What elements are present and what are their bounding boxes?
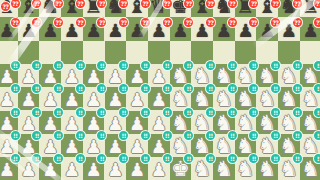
white-pawn[interactable]: ♟ xyxy=(83,65,105,88)
black-pawn[interactable]: ♟ xyxy=(148,19,170,42)
white-king[interactable]: ♚ xyxy=(170,158,192,180)
square[interactable]: ♞!! xyxy=(235,157,257,180)
square[interactable]: ♟!! xyxy=(148,64,170,87)
square[interactable] xyxy=(235,41,257,64)
white-pawn[interactable]: ♟ xyxy=(18,112,40,135)
white-knight[interactable]: ♞ xyxy=(300,158,320,180)
white-knight[interactable]: ♞ xyxy=(191,88,213,111)
square[interactable]: ♞!! xyxy=(256,64,278,87)
white-pawn[interactable]: ♟ xyxy=(105,65,127,88)
square[interactable]: ♟?? xyxy=(170,17,192,40)
square[interactable]: ♟!! xyxy=(83,111,105,134)
square[interactable]: ♞!! xyxy=(213,111,235,134)
square[interactable]: ♟!! xyxy=(148,157,170,180)
white-pawn[interactable]: ♟ xyxy=(148,158,170,180)
square[interactable]: ♝?? xyxy=(126,0,148,17)
black-knight[interactable]: ♞ xyxy=(213,0,235,18)
square[interactable]: ♟!! xyxy=(18,157,40,180)
square[interactable]: ♞!! xyxy=(191,134,213,157)
square[interactable]: ♟!! xyxy=(83,87,105,110)
square[interactable]: ♞!! xyxy=(170,134,192,157)
white-pawn[interactable]: ♟ xyxy=(105,158,127,180)
square[interactable]: ♞!! xyxy=(213,157,235,180)
black-pawn[interactable]: ♟ xyxy=(256,19,278,42)
square[interactable]: ♟?? xyxy=(300,17,320,40)
square[interactable]: ♟!! xyxy=(39,134,61,157)
square[interactable]: ♟!! xyxy=(83,157,105,180)
square[interactable]: ♟!! xyxy=(61,64,83,87)
square[interactable]: ♞!! xyxy=(170,111,192,134)
white-knight[interactable]: ♞ xyxy=(235,158,257,180)
square[interactable]: ♟?? xyxy=(0,17,18,40)
white-knight[interactable]: ♞ xyxy=(300,135,320,158)
white-knight[interactable]: ♞ xyxy=(213,112,235,135)
white-knight[interactable]: ♞ xyxy=(213,88,235,111)
square[interactable]: ♞!! xyxy=(256,87,278,110)
square[interactable]: ♞!! xyxy=(213,134,235,157)
square[interactable]: ♞!! xyxy=(235,64,257,87)
white-pawn[interactable]: ♟ xyxy=(39,88,61,111)
square[interactable]: ♟!! xyxy=(105,87,127,110)
square[interactable]: ♟!! xyxy=(39,87,61,110)
white-knight[interactable]: ♞ xyxy=(170,112,192,135)
square[interactable]: ♝?? xyxy=(18,0,40,17)
white-pawn[interactable]: ♟ xyxy=(148,88,170,111)
square[interactable]: ♟!! xyxy=(126,157,148,180)
white-pawn[interactable]: ♟ xyxy=(148,112,170,135)
square[interactable]: ♞!! xyxy=(256,111,278,134)
square[interactable]: ♞!! xyxy=(170,87,192,110)
square[interactable]: ♞!! xyxy=(278,157,300,180)
square[interactable] xyxy=(170,41,192,64)
white-knight[interactable]: ♞ xyxy=(256,135,278,158)
square[interactable]: ♜?? xyxy=(235,0,257,17)
square[interactable] xyxy=(126,41,148,64)
square[interactable]: ♞!! xyxy=(235,111,257,134)
square[interactable]: ♟?? xyxy=(256,17,278,40)
black-pawn[interactable]: ♟ xyxy=(300,19,320,42)
black-rook[interactable]: ♜ xyxy=(300,0,320,18)
white-pawn[interactable]: ♟ xyxy=(61,88,83,111)
square[interactable]: ♟!! xyxy=(0,87,18,110)
square[interactable]: ♟!! xyxy=(126,134,148,157)
square[interactable]: ♞!! xyxy=(300,134,320,157)
white-pawn[interactable]: ♟ xyxy=(105,88,127,111)
white-pawn[interactable]: ♟ xyxy=(83,112,105,135)
white-pawn[interactable]: ♟ xyxy=(61,135,83,158)
white-pawn[interactable]: ♟ xyxy=(61,65,83,88)
black-pawn[interactable]: ♟ xyxy=(39,19,61,42)
square[interactable]: ♞?? xyxy=(278,0,300,17)
square[interactable]: ♟?? xyxy=(39,17,61,40)
square[interactable]: ♞!! xyxy=(235,87,257,110)
white-pawn[interactable]: ♟ xyxy=(148,65,170,88)
white-knight[interactable]: ♞ xyxy=(235,112,257,135)
white-knight[interactable]: ♞ xyxy=(213,65,235,88)
square[interactable] xyxy=(256,41,278,64)
chess-board: ♝??♝??♞??♝??♜??♞??♝??♛??♚??♝??♞??♜??♝??♞… xyxy=(0,0,320,180)
white-pawn[interactable]: ♟ xyxy=(39,158,61,180)
white-pawn[interactable]: ♟ xyxy=(105,135,127,158)
white-knight[interactable]: ♞ xyxy=(300,65,320,88)
square[interactable] xyxy=(0,41,18,64)
square[interactable]: ♟?? xyxy=(235,17,257,40)
square[interactable]: ♟!! xyxy=(18,134,40,157)
square[interactable] xyxy=(39,41,61,64)
square[interactable]: ♚?? xyxy=(170,0,192,17)
square[interactable]: ♞!! xyxy=(278,134,300,157)
white-pawn[interactable]: ♟ xyxy=(148,135,170,158)
white-pawn[interactable]: ♟ xyxy=(126,135,148,158)
square[interactable]: ♟!! xyxy=(61,87,83,110)
square[interactable]: ♞!! xyxy=(191,64,213,87)
square[interactable]: ♟!! xyxy=(0,134,18,157)
square[interactable]: ♟?? xyxy=(278,17,300,40)
square[interactable]: ♝?? xyxy=(61,0,83,17)
square[interactable] xyxy=(148,41,170,64)
white-pawn[interactable]: ♟ xyxy=(83,135,105,158)
square[interactable]: ♞!! xyxy=(300,87,320,110)
square[interactable]: ♟!! xyxy=(39,111,61,134)
black-bishop[interactable]: ♝ xyxy=(61,0,83,18)
square[interactable]: ♟!! xyxy=(105,134,127,157)
white-pawn[interactable]: ♟ xyxy=(126,112,148,135)
square[interactable]: ♟!! xyxy=(18,111,40,134)
square[interactable]: ♚!! xyxy=(170,157,192,180)
white-knight[interactable]: ♞ xyxy=(191,65,213,88)
square[interactable]: ♟!! xyxy=(83,64,105,87)
square[interactable] xyxy=(61,41,83,64)
white-pawn[interactable]: ♟ xyxy=(0,158,18,180)
square[interactable]: ♟!! xyxy=(61,111,83,134)
white-knight[interactable]: ♞ xyxy=(235,135,257,158)
square[interactable]: ♞!! xyxy=(256,157,278,180)
white-pawn[interactable]: ♟ xyxy=(18,88,40,111)
black-knight[interactable]: ♞ xyxy=(105,0,127,18)
square[interactable]: ♞!! xyxy=(300,64,320,87)
black-pawn[interactable]: ♟ xyxy=(235,19,257,42)
white-knight[interactable]: ♞ xyxy=(256,112,278,135)
black-pawn[interactable]: ♟ xyxy=(126,19,148,42)
square[interactable]: ♞!! xyxy=(213,64,235,87)
square[interactable]: ♜?? xyxy=(300,0,320,17)
white-knight[interactable]: ♞ xyxy=(278,65,300,88)
square[interactable]: ♝?? xyxy=(191,0,213,17)
black-king[interactable]: ♚ xyxy=(170,0,192,18)
white-knight[interactable]: ♞ xyxy=(235,88,257,111)
square[interactable]: ♟?? xyxy=(213,17,235,40)
white-pawn[interactable]: ♟ xyxy=(18,158,40,180)
white-knight[interactable]: ♞ xyxy=(278,88,300,111)
square[interactable]: ♞!! xyxy=(170,64,192,87)
square[interactable]: ♟?? xyxy=(105,17,127,40)
white-pawn[interactable]: ♟ xyxy=(61,112,83,135)
black-pawn[interactable]: ♟ xyxy=(213,19,235,42)
square[interactable] xyxy=(191,41,213,64)
black-pawn[interactable]: ♟ xyxy=(18,19,40,42)
white-pawn[interactable]: ♟ xyxy=(18,135,40,158)
square[interactable]: ♟?? xyxy=(18,17,40,40)
square[interactable]: ♟!! xyxy=(126,64,148,87)
square[interactable]: ♟!! xyxy=(0,64,18,87)
white-pawn[interactable]: ♟ xyxy=(126,88,148,111)
square[interactable]: ♞?? xyxy=(213,0,235,17)
black-pawn[interactable]: ♟ xyxy=(191,19,213,42)
white-pawn[interactable]: ♟ xyxy=(0,65,18,88)
black-bishop[interactable]: ♝ xyxy=(0,0,18,18)
black-bishop[interactable]: ♝ xyxy=(191,0,213,18)
white-knight[interactable]: ♞ xyxy=(213,158,235,180)
white-knight[interactable]: ♞ xyxy=(278,135,300,158)
white-pawn[interactable]: ♟ xyxy=(83,88,105,111)
white-pawn[interactable]: ♟ xyxy=(0,112,18,135)
white-pawn[interactable]: ♟ xyxy=(83,158,105,180)
black-queen[interactable]: ♛ xyxy=(148,0,170,18)
square[interactable]: ♛?? xyxy=(148,0,170,17)
square[interactable]: ♞?? xyxy=(105,0,127,17)
white-knight[interactable]: ♞ xyxy=(213,135,235,158)
square[interactable]: ♞!! xyxy=(213,87,235,110)
white-knight[interactable]: ♞ xyxy=(191,158,213,180)
square[interactable]: ♝?? xyxy=(256,0,278,17)
square[interactable]: ♟!! xyxy=(0,111,18,134)
square[interactable]: ♞!! xyxy=(278,64,300,87)
square[interactable]: ♟!! xyxy=(148,111,170,134)
white-knight[interactable]: ♞ xyxy=(300,112,320,135)
square[interactable]: ♟!! xyxy=(126,87,148,110)
white-knight[interactable]: ♞ xyxy=(256,88,278,111)
white-knight[interactable]: ♞ xyxy=(278,112,300,135)
square[interactable] xyxy=(18,41,40,64)
white-pawn[interactable]: ♟ xyxy=(0,88,18,111)
square[interactable]: ♟!! xyxy=(126,111,148,134)
white-pawn[interactable]: ♟ xyxy=(39,135,61,158)
square[interactable]: ♞!! xyxy=(278,111,300,134)
square[interactable] xyxy=(83,41,105,64)
black-pawn[interactable]: ♟ xyxy=(105,19,127,42)
square[interactable]: ♟!! xyxy=(105,157,127,180)
blunder-badge: ?? xyxy=(313,0,320,9)
white-pawn[interactable]: ♟ xyxy=(0,135,18,158)
square[interactable]: ♟!! xyxy=(105,64,127,87)
square[interactable]: ♞!! xyxy=(278,87,300,110)
square[interactable]: ♟?? xyxy=(83,17,105,40)
white-pawn[interactable]: ♟ xyxy=(126,65,148,88)
blunder-badge: ?? xyxy=(313,17,320,28)
black-knight[interactable]: ♞ xyxy=(39,0,61,18)
black-pawn[interactable]: ♟ xyxy=(0,19,18,42)
white-knight[interactable]: ♞ xyxy=(256,158,278,180)
square[interactable]: ♟?? xyxy=(126,17,148,40)
white-knight[interactable]: ♞ xyxy=(300,88,320,111)
square[interactable]: ♟!! xyxy=(61,157,83,180)
square[interactable]: ♟!! xyxy=(61,134,83,157)
square[interactable]: ♟!! xyxy=(18,64,40,87)
square[interactable] xyxy=(105,41,127,64)
square[interactable]: ♞!! xyxy=(191,111,213,134)
square[interactable]: ♞!! xyxy=(191,87,213,110)
white-pawn[interactable]: ♟ xyxy=(39,65,61,88)
square[interactable]: ♟?? xyxy=(61,17,83,40)
white-knight[interactable]: ♞ xyxy=(170,65,192,88)
white-pawn[interactable]: ♟ xyxy=(126,158,148,180)
black-pawn[interactable]: ♟ xyxy=(170,19,192,42)
square[interactable]: ♟!! xyxy=(148,87,170,110)
black-knight[interactable]: ♞ xyxy=(278,0,300,18)
black-pawn[interactable]: ♟ xyxy=(83,19,105,42)
square[interactable] xyxy=(300,41,320,64)
square[interactable]: ♟?? xyxy=(191,17,213,40)
square[interactable]: ♟!! xyxy=(83,134,105,157)
square[interactable]: ♞!! xyxy=(300,111,320,134)
square[interactable]: ♞!! xyxy=(300,157,320,180)
black-bishop[interactable]: ♝ xyxy=(18,0,40,18)
white-knight[interactable]: ♞ xyxy=(256,65,278,88)
black-pawn[interactable]: ♟ xyxy=(278,19,300,42)
white-knight[interactable]: ♞ xyxy=(278,158,300,180)
square[interactable]: ♟!! xyxy=(39,64,61,87)
black-rook[interactable]: ♜ xyxy=(235,0,257,18)
black-rook[interactable]: ♜ xyxy=(83,0,105,18)
black-pawn[interactable]: ♟ xyxy=(61,19,83,42)
square[interactable]: ♞!! xyxy=(235,134,257,157)
square[interactable]: ♞!! xyxy=(256,134,278,157)
square[interactable]: ♟!! xyxy=(18,87,40,110)
black-bishop[interactable]: ♝ xyxy=(126,0,148,18)
white-pawn[interactable]: ♟ xyxy=(61,158,83,180)
white-knight[interactable]: ♞ xyxy=(235,65,257,88)
square[interactable]: ♝?? xyxy=(0,0,18,17)
square[interactable] xyxy=(213,41,235,64)
white-knight[interactable]: ♞ xyxy=(191,135,213,158)
square[interactable]: ♜?? xyxy=(83,0,105,17)
square[interactable]: ♞?? xyxy=(39,0,61,17)
square[interactable]: ♟!! xyxy=(0,157,18,180)
square[interactable]: ♞!! xyxy=(191,157,213,180)
white-knight[interactable]: ♞ xyxy=(170,135,192,158)
square[interactable]: ♟!! xyxy=(105,111,127,134)
screenshot: ♝??♝??♞??♝??♜??♞??♝??♛??♚??♝??♞??♜??♝??♞… xyxy=(0,0,320,180)
square[interactable] xyxy=(278,41,300,64)
white-knight[interactable]: ♞ xyxy=(191,112,213,135)
square[interactable]: ♟!! xyxy=(148,134,170,157)
square[interactable]: ♟!! xyxy=(39,157,61,180)
white-pawn[interactable]: ♟ xyxy=(39,112,61,135)
white-pawn[interactable]: ♟ xyxy=(105,112,127,135)
white-knight[interactable]: ♞ xyxy=(170,88,192,111)
black-bishop[interactable]: ♝ xyxy=(256,0,278,18)
white-pawn[interactable]: ♟ xyxy=(18,65,40,88)
square[interactable]: ♟?? xyxy=(148,17,170,40)
